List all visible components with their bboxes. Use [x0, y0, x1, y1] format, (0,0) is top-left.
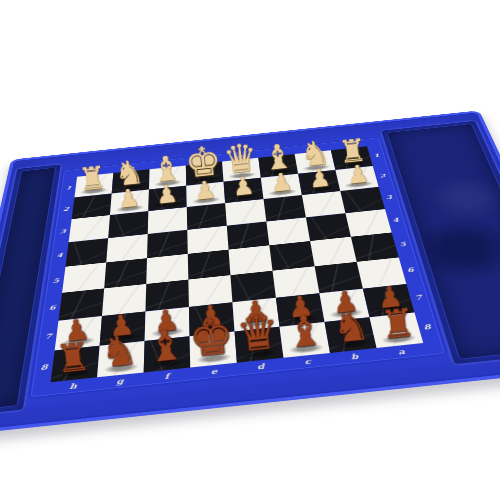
- square-f6: [145, 280, 188, 312]
- rank-label-right-5: 5: [392, 231, 415, 258]
- piece-shadow: [104, 362, 138, 374]
- square-b3: [302, 191, 346, 217]
- square-b4: [306, 213, 351, 241]
- piece-shadow: [151, 327, 184, 338]
- piece-shadow: [57, 367, 92, 379]
- square-h4: [65, 238, 108, 267]
- square-g4: [106, 234, 147, 263]
- square-d5: [229, 245, 273, 275]
- chess-board: hgfedcba1♜♞♝♚♛♝♞♜12♟♟♟♟♟♟♟2334455667♟♟♟♟…: [32, 138, 444, 396]
- square-c5: [269, 241, 314, 271]
- square-a7: ♟: [363, 284, 415, 317]
- product-photo-scene: hgfedcba1♜♞♝♚♛♝♞♜12♟♟♟♟♟♟♟2334455667♟♟♟♟…: [0, 0, 500, 500]
- piece-shadow: [150, 357, 184, 369]
- square-h8: ♜: [51, 346, 100, 383]
- piece-shadow: [380, 333, 416, 345]
- square-e5: [188, 250, 231, 280]
- piece-shadow: [334, 338, 370, 350]
- square-d4: [227, 221, 270, 249]
- piece-shadow: [284, 313, 318, 324]
- square-c4: [266, 217, 310, 245]
- piece-shadow: [329, 308, 363, 319]
- square-h5: [62, 262, 106, 292]
- square-b8: ♞: [325, 317, 377, 353]
- file-label-bottom-h: h: [49, 377, 97, 394]
- square-e7: ♟: [189, 302, 235, 336]
- piece-shadow: [115, 204, 143, 213]
- blue-chess-mat: hgfedcba1♜♞♝♚♛♝♞♜12♟♟♟♟♟♟♟2334455667♟♟♟♟…: [0, 110, 500, 436]
- piece-shadow: [339, 160, 368, 168]
- square-f4: [147, 230, 188, 258]
- piece-shadow: [242, 348, 277, 360]
- square-a4: [345, 209, 391, 237]
- file-label-bottom-e: e: [190, 363, 237, 380]
- square-g8: ♞: [97, 341, 145, 377]
- piece-shadow: [306, 184, 335, 193]
- piece-shadow: [195, 322, 228, 333]
- square-d8: ♛: [235, 327, 284, 363]
- square-c8: ♝: [280, 322, 330, 358]
- square-g2: ♟: [110, 190, 149, 216]
- square-b2: ♟: [298, 170, 340, 195]
- square-a5: [351, 232, 399, 261]
- piece-shadow: [288, 343, 323, 355]
- piece-shadow: [230, 192, 258, 201]
- frame-corner: [32, 382, 51, 396]
- square-b5: [310, 237, 357, 267]
- file-label-bottom-b: b: [330, 348, 379, 365]
- square-f8: ♝: [144, 336, 191, 372]
- frame-corner: [423, 341, 444, 355]
- piece-shadow: [196, 352, 230, 364]
- square-e4: [187, 226, 228, 254]
- square-d7: ♟: [232, 298, 279, 332]
- square-f5: [146, 254, 188, 284]
- square-a6: [357, 257, 407, 288]
- square-e3: [187, 203, 227, 230]
- square-e8: ♚: [190, 331, 237, 367]
- square-f3: [148, 207, 188, 234]
